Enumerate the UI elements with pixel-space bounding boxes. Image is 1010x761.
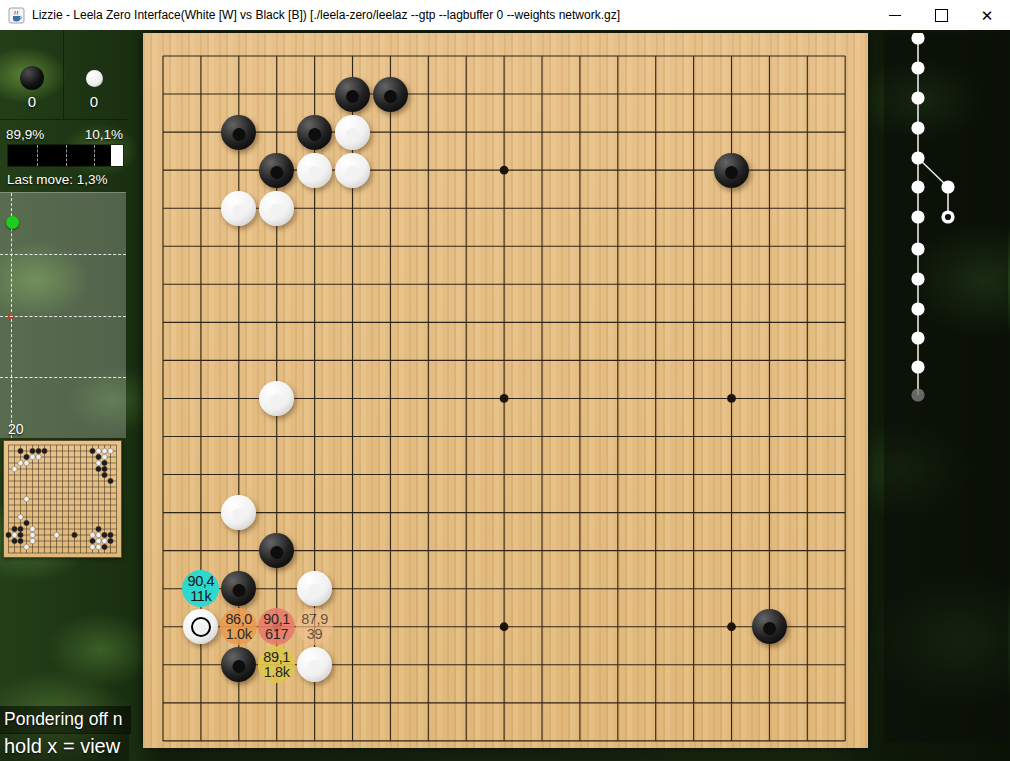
black-stone: ● (373, 77, 408, 112)
black-thumb-stone (12, 538, 17, 543)
last-move-marker (191, 617, 211, 637)
white-stone: ● (297, 647, 332, 682)
window-title: Lizzie - Leela Zero Interface(White [W] … (32, 8, 620, 22)
candidate-visits: 1.8k (264, 665, 290, 680)
white-thumb-stone (96, 448, 101, 453)
winrate-bar-tick (66, 145, 67, 166)
variation-tree[interactable] (884, 33, 1008, 743)
last-move-winrate-label: Last move: 1,3% (7, 172, 108, 187)
white-thumb-stone (12, 532, 17, 537)
board-cell: ● (220, 646, 258, 684)
tree-node[interactable] (911, 302, 924, 315)
board-cell[interactable]: 86,01.0k (220, 608, 258, 646)
white-stone: ● (221, 191, 256, 226)
tree-node[interactable] (911, 33, 924, 45)
black-thumb-stone (24, 520, 29, 525)
black-stone: ● (297, 115, 332, 150)
white-stone: ● (259, 191, 294, 226)
white-stone: ● (297, 571, 332, 606)
tree-node[interactable] (911, 91, 924, 104)
panel-divider (0, 119, 127, 120)
board-cell: ● (712, 151, 750, 189)
white-thumb-stone (90, 544, 95, 549)
white-thumb-stone (102, 448, 107, 453)
maximize-icon (935, 9, 948, 22)
white-thumb-stone (30, 538, 35, 543)
hint-status: hold x = view (0, 733, 129, 761)
tree-node[interactable] (911, 242, 924, 255)
white-thumb-stone (108, 448, 113, 453)
white-thumb-stone (96, 460, 101, 465)
board-cell: ● (296, 113, 334, 151)
candidate-move-D4[interactable]: 90,1617 (258, 608, 295, 645)
white-thumb-stone (24, 496, 29, 501)
candidate-visits: 617 (265, 627, 288, 642)
candidate-visits: 39 (307, 627, 322, 642)
tree-node[interactable] (941, 180, 954, 193)
black-stone: ● (221, 647, 256, 682)
black-thumb-stone (96, 526, 101, 531)
move-number-label: 20 (8, 421, 24, 437)
board-cell[interactable]: 89,11.8k (258, 646, 296, 684)
white-stone: ● (335, 153, 370, 188)
tree-node[interactable] (911, 272, 924, 285)
winrate-bar (8, 145, 123, 166)
black-thumb-stone (42, 448, 47, 453)
app-background: ●●●●●●●●●●●●●●●●●●●●90,411k86,01.0k90,16… (0, 30, 1010, 761)
java-coffee-icon (8, 7, 25, 24)
white-winrate-label: 10,1% (83, 127, 123, 142)
graph-gridline (0, 316, 126, 317)
title-bar: Lizzie - Leela Zero Interface(White [W] … (0, 0, 1010, 30)
black-thumb-stone (18, 532, 23, 537)
white-stone: ● (297, 153, 332, 188)
black-thumb-stone (24, 454, 29, 459)
black-captures-icon (20, 66, 44, 90)
black-thumb-stone (18, 448, 23, 453)
board-grid: ●●●●●●●●●●●●●●●●●●●●90,411k86,01.0k90,16… (144, 37, 864, 760)
white-thumb-stone (102, 538, 107, 543)
board-cell: ● (220, 494, 258, 532)
thumbnail-grid (4, 441, 121, 557)
board-cell: ● (371, 75, 409, 113)
black-winrate-label: 89,9% (6, 127, 44, 142)
black-stone: ● (259, 533, 294, 568)
white-thumb-stone (12, 466, 17, 471)
candidate-winrate: 87,9 (301, 612, 328, 627)
board-cell: ● (258, 189, 296, 227)
white-thumb-stone (24, 544, 29, 549)
black-thumb-stone (90, 538, 95, 543)
white-stone: ● (221, 495, 256, 530)
tree-node[interactable] (911, 121, 924, 134)
black-thumb-stone (96, 466, 101, 471)
winrate-bar-tick (37, 145, 38, 166)
candidate-move-B5[interactable]: 90,411k (182, 570, 219, 607)
white-captures-icon (86, 70, 103, 87)
black-thumb-stone (30, 448, 35, 453)
lizzie-window: Lizzie - Leela Zero Interface(White [W] … (0, 0, 1010, 761)
white-thumb-stone (96, 532, 101, 537)
black-stone: ● (259, 153, 294, 188)
black-thumb-stone (6, 532, 11, 537)
tree-node[interactable] (911, 210, 924, 223)
board-cell: ● (220, 113, 258, 151)
white-thumb-stone (18, 460, 23, 465)
white-thumb-stone (102, 454, 107, 459)
black-thumb-stone (18, 526, 23, 531)
board-cell[interactable]: 90,1617 (258, 608, 296, 646)
board-cell: ● (182, 608, 220, 646)
white-thumb-stone (96, 544, 101, 549)
white-thumb-stone (36, 454, 41, 459)
black-thumb-stone (102, 466, 107, 471)
board-cell: ● (333, 151, 371, 189)
board-cell: ● (296, 570, 334, 608)
white-thumb-stone (90, 532, 95, 537)
board-cell: ● (333, 75, 371, 113)
window-controls: ✕ (872, 0, 1010, 30)
board-cell[interactable]: 87,939 (296, 608, 334, 646)
white-captures-count: 0 (79, 93, 109, 110)
black-stone: ● (221, 115, 256, 150)
white-thumb-stone (24, 460, 29, 465)
tree-node[interactable] (911, 151, 924, 164)
black-thumb-stone (102, 460, 107, 465)
board-cell[interactable]: 90,411k (182, 570, 220, 608)
black-thumb-stone (90, 448, 95, 453)
black-stone: ● (335, 77, 370, 112)
board-cell: ● (296, 151, 334, 189)
board-cell: ● (333, 113, 371, 151)
graph-current-winrate-dot (6, 216, 19, 229)
white-thumb-stone (54, 532, 59, 537)
candidate-winrate: 86,0 (225, 612, 252, 627)
white-thumb-stone (30, 454, 35, 459)
black-thumb-stone (96, 454, 101, 459)
go-board[interactable]: ●●●●●●●●●●●●●●●●●●●●90,411k86,01.0k90,16… (143, 33, 868, 748)
black-thumb-stone (12, 526, 17, 531)
close-button[interactable]: ✕ (964, 0, 1010, 30)
board-cell: ● (296, 646, 334, 684)
winrate-bar-white-segment (111, 145, 123, 166)
candidate-move-E4[interactable]: 87,939 (296, 608, 333, 645)
candidate-move-C4[interactable]: 86,01.0k (220, 608, 257, 645)
tree-node[interactable] (911, 61, 924, 74)
minimize-button[interactable] (872, 0, 918, 30)
minimize-icon (889, 15, 901, 16)
board-cell: ● (220, 189, 258, 227)
board-cell: ● (258, 151, 296, 189)
tree-node[interactable] (911, 180, 924, 193)
black-stone: ● (714, 153, 749, 188)
board-cell: ● (258, 532, 296, 570)
board-thumbnail[interactable] (3, 440, 122, 558)
tree-node[interactable] (911, 388, 924, 401)
variation-tree-graph (884, 33, 1008, 743)
white-thumb-stone (30, 532, 35, 537)
candidate-visits: 1.0k (226, 627, 252, 642)
black-thumb-stone (102, 544, 107, 549)
graph-gridline (0, 377, 126, 378)
candidate-winrate: 90,1 (263, 612, 290, 627)
black-captures-count: 0 (17, 93, 47, 110)
close-icon: ✕ (981, 8, 994, 23)
white-stone: ● (259, 381, 294, 416)
black-thumb-stone (72, 532, 77, 537)
black-thumb-stone (18, 538, 23, 543)
board-cell: ● (750, 608, 788, 646)
black-thumb-stone (108, 532, 113, 537)
winrate-graph[interactable]: 20 (0, 192, 126, 438)
candidate-visits: 11k (190, 589, 211, 604)
white-thumb-stone (96, 538, 101, 543)
board-cell: ● (258, 379, 296, 417)
black-thumb-stone (108, 538, 113, 543)
graph-gridline (0, 254, 126, 255)
black-thumb-stone (108, 478, 113, 483)
candidate-move-D3[interactable]: 89,11.8k (258, 646, 295, 683)
candidate-winrate: 90,4 (188, 574, 215, 589)
black-stone: ● (752, 609, 787, 644)
black-thumb-stone (102, 532, 107, 537)
captures-divider (63, 30, 64, 119)
board-cell: ● (220, 570, 258, 608)
candidate-winrate: 89,1 (263, 650, 290, 665)
black-stone: ● (221, 571, 256, 606)
black-thumb-stone (36, 448, 41, 453)
tree-node[interactable] (911, 360, 924, 373)
tree-node[interactable] (911, 331, 924, 344)
white-thumb-stone (30, 526, 35, 531)
white-thumb-stone (18, 514, 23, 519)
white-stone: ● (335, 115, 370, 150)
maximize-button[interactable] (918, 0, 964, 30)
black-thumb-stone (102, 472, 107, 477)
pondering-status: Pondering off n (0, 706, 131, 734)
winrate-bar-tick (94, 145, 95, 166)
